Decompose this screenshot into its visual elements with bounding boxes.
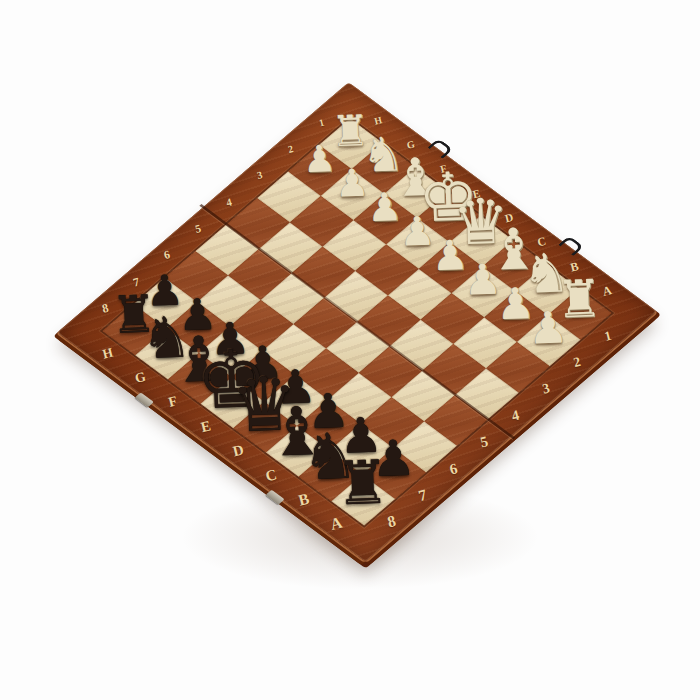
photo-background: HGFEDCBAHGFEDCBA1234567812345678 ♜♞♝♛♚♝♞… [0, 0, 700, 700]
hinge-icon [135, 392, 154, 407]
